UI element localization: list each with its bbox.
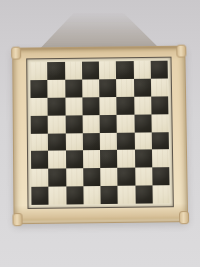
square-a5 — [31, 115, 48, 133]
square-d1 — [83, 186, 100, 204]
square-g1 — [135, 186, 153, 204]
square-e6 — [99, 97, 116, 115]
square-h1 — [152, 185, 170, 203]
product-photo-scene — [0, 0, 200, 267]
square-a8 — [30, 62, 47, 80]
square-c8 — [65, 62, 82, 80]
square-a6 — [31, 98, 48, 116]
square-e4 — [100, 132, 117, 150]
checkerboard — [30, 61, 170, 205]
square-a7 — [30, 80, 47, 98]
square-a1 — [31, 187, 48, 205]
square-g2 — [135, 168, 153, 186]
square-e5 — [100, 115, 117, 133]
square-b1 — [49, 187, 66, 205]
square-g5 — [134, 114, 151, 132]
square-a2 — [31, 169, 48, 187]
square-c4 — [65, 133, 82, 151]
square-h3 — [152, 150, 170, 168]
square-f7 — [116, 79, 133, 97]
square-d8 — [82, 61, 99, 79]
square-f4 — [117, 132, 134, 150]
square-g8 — [133, 61, 150, 79]
square-d6 — [82, 97, 99, 115]
square-e8 — [99, 61, 116, 79]
square-e3 — [100, 150, 117, 168]
square-f1 — [118, 186, 136, 204]
frame-corner-post-top-right — [176, 45, 186, 58]
square-f6 — [117, 97, 134, 115]
square-c2 — [66, 168, 83, 186]
square-e2 — [100, 168, 117, 186]
square-e7 — [99, 79, 116, 97]
square-a3 — [31, 151, 48, 169]
frame-corner-post-top-left — [11, 47, 21, 60]
square-h6 — [151, 96, 168, 114]
square-b8 — [47, 62, 64, 80]
square-a4 — [31, 133, 48, 151]
square-c1 — [66, 186, 83, 204]
frame-corner-post-bottom-right — [179, 211, 189, 224]
square-b3 — [48, 151, 65, 169]
square-b2 — [48, 169, 65, 187]
square-b5 — [48, 115, 65, 133]
square-g6 — [134, 96, 151, 114]
square-e1 — [100, 186, 118, 204]
square-g7 — [133, 79, 150, 97]
square-h7 — [151, 78, 168, 96]
square-f8 — [116, 61, 133, 79]
square-d4 — [83, 133, 100, 151]
square-c3 — [65, 151, 82, 169]
square-d2 — [83, 168, 100, 186]
square-g3 — [134, 150, 152, 168]
square-g4 — [134, 132, 151, 150]
square-h2 — [152, 167, 170, 185]
square-c5 — [65, 115, 82, 133]
square-b6 — [48, 97, 65, 115]
board-surface — [26, 57, 174, 209]
square-f5 — [117, 114, 134, 132]
wooden-board-frame — [12, 46, 188, 225]
square-c7 — [65, 79, 82, 97]
square-d3 — [83, 150, 100, 168]
frame-corner-post-bottom-left — [12, 213, 22, 226]
square-f2 — [117, 168, 135, 186]
square-b7 — [48, 80, 65, 98]
square-d7 — [82, 79, 99, 97]
square-h8 — [150, 61, 167, 79]
square-b4 — [48, 133, 65, 151]
square-f3 — [117, 150, 134, 168]
square-h5 — [151, 114, 168, 132]
square-h4 — [151, 132, 169, 150]
square-d5 — [82, 115, 99, 133]
square-c6 — [65, 97, 82, 115]
